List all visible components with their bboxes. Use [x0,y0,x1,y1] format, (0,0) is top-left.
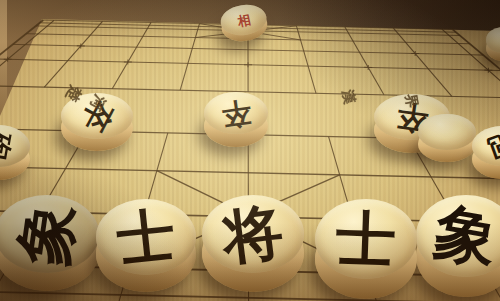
piece-character: 象 [12,199,82,269]
piece-black-advisor-left[interactable]: 士 [96,199,196,292]
piece-character: 将 [220,201,287,268]
piece-sliver-top-right[interactable] [486,27,500,61]
piece-black-elephant-left[interactable]: 象 [0,195,99,291]
piece-character: 相 [236,12,251,27]
xiangqi-photo-scene: 楚 河 漢 界 相卒卒卒砲砲象象士士将 [0,0,500,301]
piece-character: 砲 [485,128,500,164]
piece-black-soldier-center[interactable]: 卒 [204,92,268,147]
piece-black-elephant-right[interactable]: 象 [416,195,500,297]
piece-top-face: 象 [416,195,500,277]
piece-top-face: 卒 [204,92,268,134]
piece-top-face [418,114,476,150]
piece-top-face: 将 [202,195,304,273]
piece-character: 卒 [220,97,253,130]
piece-character: 士 [335,208,397,270]
piece-face-down[interactable] [418,114,476,162]
piece-character: 砲 [0,130,14,162]
piece-top-face: 士 [96,199,196,275]
piece-black-cannon-right[interactable]: 砲 [472,126,500,179]
pieces-layer: 相卒卒卒砲砲象象士士将 [0,0,500,301]
piece-top-face: 士 [315,199,417,279]
piece-black-general[interactable]: 将 [202,195,304,292]
piece-character: 士 [114,205,178,269]
piece-character: 象 [430,200,500,272]
piece-black-advisor-right[interactable]: 士 [315,199,417,299]
piece-fallen-red-xiang[interactable]: 相 [219,2,270,44]
piece-black-cannon-left[interactable]: 砲 [0,125,30,180]
